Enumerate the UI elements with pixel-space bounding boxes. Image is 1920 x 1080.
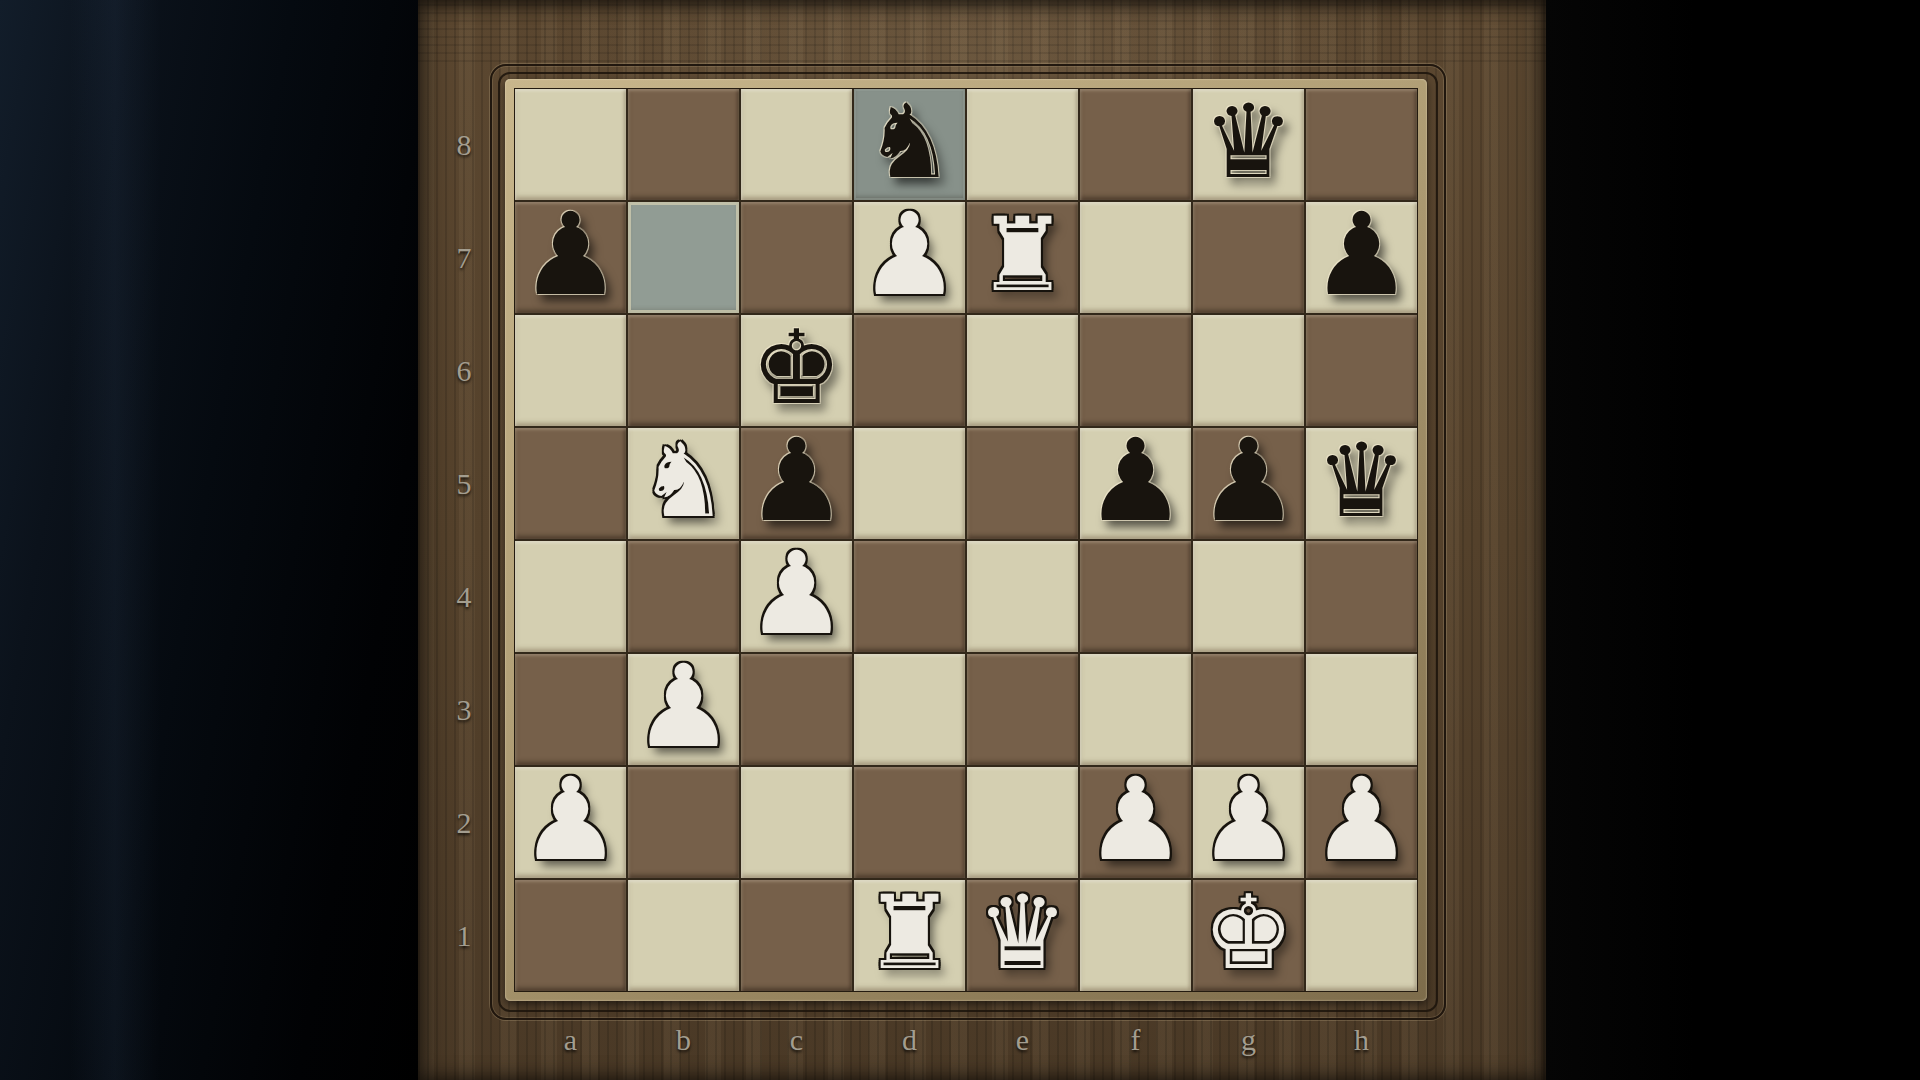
square-c1[interactable] (741, 880, 852, 991)
square-g5[interactable]: ♟ (1193, 428, 1304, 539)
square-c3[interactable] (741, 654, 852, 765)
file-label-d: d (853, 1012, 966, 1068)
piece-white-queen-e1[interactable]: ♛ (967, 880, 1078, 991)
rank-label-8: 8 (424, 88, 504, 201)
square-h5[interactable]: ♛ (1306, 428, 1417, 539)
square-b6[interactable] (628, 315, 739, 426)
file-labels: abcdefgh (514, 1012, 1418, 1068)
square-d3[interactable] (854, 654, 965, 765)
square-e8[interactable] (967, 89, 1078, 200)
piece-white-pawn-h2[interactable]: ♟ (1306, 767, 1417, 878)
square-a7[interactable]: ♟ (515, 202, 626, 313)
square-f1[interactable] (1080, 880, 1191, 991)
square-b8[interactable] (628, 89, 739, 200)
file-label-b: b (627, 1012, 740, 1068)
piece-white-knight-b5[interactable]: ♞ (628, 428, 739, 539)
square-a2[interactable]: ♟ (515, 767, 626, 878)
square-g4[interactable] (1193, 541, 1304, 652)
square-b4[interactable] (628, 541, 739, 652)
square-f7[interactable] (1080, 202, 1191, 313)
square-f6[interactable] (1080, 315, 1191, 426)
rank-labels: 87654321 (424, 88, 504, 992)
file-label-g: g (1192, 1012, 1305, 1068)
background-left-gradient (0, 0, 420, 1080)
square-b3[interactable]: ♟ (628, 654, 739, 765)
square-h1[interactable] (1306, 880, 1417, 991)
square-c5[interactable]: ♟ (741, 428, 852, 539)
square-c7[interactable] (741, 202, 852, 313)
square-b5[interactable]: ♞ (628, 428, 739, 539)
square-c2[interactable] (741, 767, 852, 878)
rank-label-6: 6 (424, 314, 504, 427)
square-d4[interactable] (854, 541, 965, 652)
piece-black-pawn-h7[interactable]: ♟ (1306, 202, 1417, 313)
piece-white-pawn-g2[interactable]: ♟ (1193, 767, 1304, 878)
square-e6[interactable] (967, 315, 1078, 426)
piece-white-pawn-f2[interactable]: ♟ (1080, 767, 1191, 878)
square-a6[interactable] (515, 315, 626, 426)
wooden-frame-top-grain (418, 0, 1546, 62)
square-e4[interactable] (967, 541, 1078, 652)
rank-label-5: 5 (424, 427, 504, 540)
piece-white-rook-d1[interactable]: ♜ (854, 880, 965, 991)
rank-label-2: 2 (424, 766, 504, 879)
square-g8[interactable]: ♛ (1193, 89, 1304, 200)
piece-white-pawn-a2[interactable]: ♟ (515, 767, 626, 878)
piece-white-pawn-d7[interactable]: ♟ (854, 202, 965, 313)
square-g1[interactable]: ♚ (1193, 880, 1304, 991)
square-g3[interactable] (1193, 654, 1304, 765)
board-squares: ♞♛♟♟♜♟♚♞♟♟♟♛♟♟♟♟♟♟♜♛♚ (514, 88, 1418, 992)
rank-label-7: 7 (424, 201, 504, 314)
square-f4[interactable] (1080, 541, 1191, 652)
square-h2[interactable]: ♟ (1306, 767, 1417, 878)
file-label-c: c (740, 1012, 853, 1068)
square-h4[interactable] (1306, 541, 1417, 652)
square-d6[interactable] (854, 315, 965, 426)
square-e2[interactable] (967, 767, 1078, 878)
square-h6[interactable] (1306, 315, 1417, 426)
square-g7[interactable] (1193, 202, 1304, 313)
square-c6[interactable]: ♚ (741, 315, 852, 426)
square-d2[interactable] (854, 767, 965, 878)
square-g6[interactable] (1193, 315, 1304, 426)
square-d8[interactable]: ♞ (854, 89, 965, 200)
square-c4[interactable]: ♟ (741, 541, 852, 652)
square-a1[interactable] (515, 880, 626, 991)
square-f3[interactable] (1080, 654, 1191, 765)
square-e3[interactable] (967, 654, 1078, 765)
file-label-a: a (514, 1012, 627, 1068)
piece-black-pawn-a7[interactable]: ♟ (515, 202, 626, 313)
piece-black-pawn-c5[interactable]: ♟ (741, 428, 852, 539)
square-f8[interactable] (1080, 89, 1191, 200)
square-c8[interactable] (741, 89, 852, 200)
piece-white-pawn-b3[interactable]: ♟ (628, 654, 739, 765)
piece-black-queen-h5[interactable]: ♛ (1306, 428, 1417, 539)
piece-black-king-c6[interactable]: ♚ (741, 315, 852, 426)
piece-white-pawn-c4[interactable]: ♟ (741, 541, 852, 652)
square-g2[interactable]: ♟ (1193, 767, 1304, 878)
square-e7[interactable]: ♜ (967, 202, 1078, 313)
square-d5[interactable] (854, 428, 965, 539)
rank-label-4: 4 (424, 540, 504, 653)
square-h3[interactable] (1306, 654, 1417, 765)
piece-black-pawn-g5[interactable]: ♟ (1193, 428, 1304, 539)
square-f5[interactable]: ♟ (1080, 428, 1191, 539)
piece-white-rook-e7[interactable]: ♜ (967, 202, 1078, 313)
square-a3[interactable] (515, 654, 626, 765)
square-e1[interactable]: ♛ (967, 880, 1078, 991)
rank-label-3: 3 (424, 653, 504, 766)
rank-label-1: 1 (424, 879, 504, 992)
square-d7[interactable]: ♟ (854, 202, 965, 313)
square-f2[interactable]: ♟ (1080, 767, 1191, 878)
square-b7[interactable] (628, 202, 739, 313)
background-right (1546, 0, 1920, 1080)
file-label-f: f (1079, 1012, 1192, 1068)
file-label-h: h (1305, 1012, 1418, 1068)
square-d1[interactable]: ♜ (854, 880, 965, 991)
square-a4[interactable] (515, 541, 626, 652)
square-h8[interactable] (1306, 89, 1417, 200)
piece-black-pawn-f5[interactable]: ♟ (1080, 428, 1191, 539)
piece-black-knight-d8[interactable]: ♞ (854, 89, 965, 200)
square-b1[interactable] (628, 880, 739, 991)
square-b2[interactable] (628, 767, 739, 878)
piece-white-king-g1[interactable]: ♚ (1193, 880, 1304, 991)
square-e5[interactable] (967, 428, 1078, 539)
square-h7[interactable]: ♟ (1306, 202, 1417, 313)
file-label-e: e (966, 1012, 1079, 1068)
square-a8[interactable] (515, 89, 626, 200)
piece-black-queen-g8[interactable]: ♛ (1193, 89, 1304, 200)
square-a5[interactable] (515, 428, 626, 539)
